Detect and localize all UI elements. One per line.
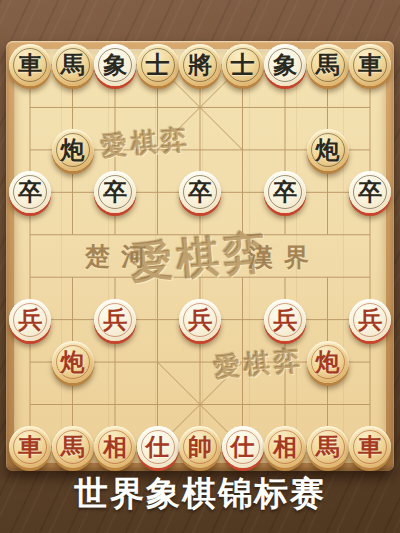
piece-face: 兵 [183, 303, 217, 337]
piece-face: 兵 [353, 303, 387, 337]
piece-red-chariot[interactable]: 車 [9, 426, 51, 468]
piece-face: 士 [226, 48, 260, 82]
piece-glyph: 炮 [316, 138, 340, 162]
piece-glyph: 帥 [188, 435, 212, 459]
piece-face: 仕 [226, 430, 260, 464]
piece-glyph: 兵 [358, 308, 382, 332]
piece-red-advisor[interactable]: 仕 [137, 426, 179, 468]
piece-red-cannon[interactable]: 炮 [307, 341, 349, 383]
piece-face: 卒 [353, 175, 387, 209]
piece-glyph: 卒 [273, 180, 297, 204]
piece-face: 卒 [98, 175, 132, 209]
piece-red-horse[interactable]: 馬 [52, 426, 94, 468]
piece-glyph: 炮 [61, 350, 85, 374]
piece-glyph: 士 [146, 53, 170, 77]
piece-black-horse[interactable]: 馬 [52, 44, 94, 86]
piece-red-horse[interactable]: 馬 [307, 426, 349, 468]
piece-face: 馬 [311, 430, 345, 464]
piece-glyph: 象 [273, 53, 297, 77]
piece-red-elephant[interactable]: 相 [264, 426, 306, 468]
piece-face: 馬 [56, 48, 90, 82]
piece-glyph: 兵 [103, 308, 127, 332]
piece-face: 兵 [98, 303, 132, 337]
piece-face: 炮 [311, 133, 345, 167]
piece-black-soldier[interactable]: 卒 [94, 171, 136, 213]
piece-glyph: 車 [358, 435, 382, 459]
piece-black-cannon[interactable]: 炮 [52, 129, 94, 171]
xiangqi-board-frame: 愛棋弈愛棋弈愛棋弈 楚河 漢界 車馬象士將士象馬車炮炮卒卒卒卒卒兵兵兵兵兵炮炮車… [6, 41, 394, 471]
piece-glyph: 將 [188, 53, 212, 77]
piece-black-advisor[interactable]: 士 [137, 44, 179, 86]
piece-black-soldier[interactable]: 卒 [9, 171, 51, 213]
piece-black-elephant[interactable]: 象 [264, 44, 306, 86]
piece-black-elephant[interactable]: 象 [94, 44, 136, 86]
piece-glyph: 馬 [61, 53, 85, 77]
piece-glyph: 馬 [316, 435, 340, 459]
piece-glyph: 卒 [358, 180, 382, 204]
piece-face: 炮 [56, 345, 90, 379]
piece-face: 相 [268, 430, 302, 464]
piece-glyph: 車 [18, 435, 42, 459]
piece-glyph: 卒 [103, 180, 127, 204]
piece-black-chariot[interactable]: 車 [9, 44, 51, 86]
piece-face: 卒 [183, 175, 217, 209]
piece-face: 炮 [311, 345, 345, 379]
piece-red-soldier[interactable]: 兵 [94, 299, 136, 341]
piece-face: 象 [98, 48, 132, 82]
piece-glyph: 兵 [18, 308, 42, 332]
piece-black-chariot[interactable]: 車 [349, 44, 391, 86]
piece-black-general[interactable]: 將 [179, 44, 221, 86]
piece-black-cannon[interactable]: 炮 [307, 129, 349, 171]
piece-face: 炮 [56, 133, 90, 167]
app-screen: 愛棋弈愛棋弈愛棋弈 楚河 漢界 車馬象士將士象馬車炮炮卒卒卒卒卒兵兵兵兵兵炮炮車… [0, 0, 400, 533]
piece-glyph: 炮 [61, 138, 85, 162]
piece-glyph: 兵 [188, 308, 212, 332]
pieces-layer: 車馬象士將士象馬車炮炮卒卒卒卒卒兵兵兵兵兵炮炮車馬相仕帥仕相馬車 [14, 49, 386, 463]
piece-glyph: 炮 [316, 350, 340, 374]
piece-black-soldier[interactable]: 卒 [264, 171, 306, 213]
xiangqi-board[interactable]: 愛棋弈愛棋弈愛棋弈 楚河 漢界 車馬象士將士象馬車炮炮卒卒卒卒卒兵兵兵兵兵炮炮車… [14, 49, 386, 463]
piece-black-soldier[interactable]: 卒 [179, 171, 221, 213]
piece-face: 車 [13, 430, 47, 464]
piece-face: 仕 [141, 430, 175, 464]
piece-face: 帥 [183, 430, 217, 464]
piece-glyph: 兵 [273, 308, 297, 332]
piece-face: 象 [268, 48, 302, 82]
piece-face: 士 [141, 48, 175, 82]
piece-red-general[interactable]: 帥 [179, 426, 221, 468]
piece-face: 車 [353, 430, 387, 464]
piece-glyph: 仕 [146, 435, 170, 459]
piece-glyph: 相 [103, 435, 127, 459]
piece-face: 車 [13, 48, 47, 82]
piece-face: 兵 [268, 303, 302, 337]
piece-glyph: 士 [231, 53, 255, 77]
piece-black-advisor[interactable]: 士 [222, 44, 264, 86]
bottom-bar: 世界象棋锦标赛 [0, 470, 400, 533]
piece-red-soldier[interactable]: 兵 [9, 299, 51, 341]
piece-glyph: 車 [18, 53, 42, 77]
piece-red-cannon[interactable]: 炮 [52, 341, 94, 383]
piece-face: 將 [183, 48, 217, 82]
piece-black-soldier[interactable]: 卒 [349, 171, 391, 213]
piece-face: 兵 [13, 303, 47, 337]
piece-black-horse[interactable]: 馬 [307, 44, 349, 86]
piece-glyph: 仕 [231, 435, 255, 459]
piece-face: 卒 [268, 175, 302, 209]
piece-red-elephant[interactable]: 相 [94, 426, 136, 468]
piece-face: 馬 [311, 48, 345, 82]
piece-glyph: 卒 [188, 180, 212, 204]
piece-red-soldier[interactable]: 兵 [264, 299, 306, 341]
tournament-title: 世界象棋锦标赛 [74, 471, 326, 517]
piece-glyph: 象 [103, 53, 127, 77]
piece-face: 馬 [56, 430, 90, 464]
piece-red-soldier[interactable]: 兵 [349, 299, 391, 341]
piece-glyph: 馬 [316, 53, 340, 77]
piece-red-chariot[interactable]: 車 [349, 426, 391, 468]
piece-glyph: 相 [273, 435, 297, 459]
piece-face: 相 [98, 430, 132, 464]
piece-glyph: 卒 [18, 180, 42, 204]
piece-face: 車 [353, 48, 387, 82]
piece-face: 卒 [13, 175, 47, 209]
piece-glyph: 車 [358, 53, 382, 77]
piece-red-advisor[interactable]: 仕 [222, 426, 264, 468]
piece-red-soldier[interactable]: 兵 [179, 299, 221, 341]
piece-glyph: 馬 [61, 435, 85, 459]
